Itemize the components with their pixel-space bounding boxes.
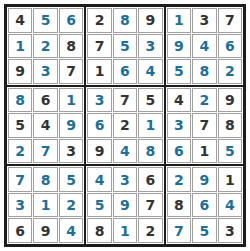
box-3-1: 785312694 (6, 165, 85, 245)
cell-r3c5[interactable]: 6 (113, 59, 137, 84)
cell-r9c9[interactable]: 3 (218, 218, 242, 243)
cell-r2c9[interactable]: 6 (218, 34, 242, 59)
cell-r7c5[interactable]: 3 (113, 167, 137, 192)
cell-r7c6[interactable]: 6 (138, 167, 162, 192)
cell-r6c7[interactable]: 6 (167, 139, 191, 164)
cell-r8c4[interactable]: 5 (87, 193, 111, 218)
cell-r1c7[interactable]: 1 (167, 8, 191, 33)
cell-r1c2[interactable]: 5 (33, 8, 57, 33)
cell-r9c2[interactable]: 9 (33, 218, 57, 243)
cell-r8c3[interactable]: 2 (59, 193, 83, 218)
cell-r4c3[interactable]: 1 (59, 88, 83, 113)
cell-r3c7[interactable]: 5 (167, 59, 191, 84)
cell-r1c9[interactable]: 7 (218, 8, 242, 33)
cell-r2c7[interactable]: 9 (167, 34, 191, 59)
cell-r5c5[interactable]: 2 (113, 113, 137, 138)
cell-r8c7[interactable]: 8 (167, 193, 191, 218)
cell-r6c2[interactable]: 7 (33, 139, 57, 164)
cell-r2c4[interactable]: 7 (87, 34, 111, 59)
cell-r4c7[interactable]: 4 (167, 88, 191, 113)
cell-r5c2[interactable]: 4 (33, 113, 57, 138)
cell-r5c6[interactable]: 1 (138, 113, 162, 138)
cell-r5c9[interactable]: 8 (218, 113, 242, 138)
cell-r4c6[interactable]: 5 (138, 88, 162, 113)
cell-r3c3[interactable]: 7 (59, 59, 83, 84)
cell-r1c4[interactable]: 2 (87, 8, 111, 33)
cell-r8c6[interactable]: 7 (138, 193, 162, 218)
cell-r6c1[interactable]: 2 (8, 139, 32, 164)
cell-r2c2[interactable]: 2 (33, 34, 57, 59)
cell-r4c4[interactable]: 3 (87, 88, 111, 113)
cell-r1c6[interactable]: 9 (138, 8, 162, 33)
cell-r5c7[interactable]: 3 (167, 113, 191, 138)
cell-r3c6[interactable]: 4 (138, 59, 162, 84)
box-1-3: 137946582 (165, 6, 244, 86)
cell-r2c1[interactable]: 1 (8, 34, 32, 59)
box-1-1: 456128937 (6, 6, 85, 86)
cell-r9c8[interactable]: 5 (192, 218, 216, 243)
cell-r7c2[interactable]: 8 (33, 167, 57, 192)
cell-r3c1[interactable]: 9 (8, 59, 32, 84)
cell-r5c4[interactable]: 6 (87, 113, 111, 138)
cell-r3c9[interactable]: 2 (218, 59, 242, 84)
cell-r7c4[interactable]: 4 (87, 167, 111, 192)
cell-r2c3[interactable]: 8 (59, 34, 83, 59)
cell-r7c9[interactable]: 1 (218, 167, 242, 192)
cell-r8c9[interactable]: 4 (218, 193, 242, 218)
cell-r2c5[interactable]: 5 (113, 34, 137, 59)
cell-r6c5[interactable]: 4 (113, 139, 137, 164)
cell-r2c8[interactable]: 4 (192, 34, 216, 59)
cell-r1c1[interactable]: 4 (8, 8, 32, 33)
cell-r7c8[interactable]: 9 (192, 167, 216, 192)
cell-r1c3[interactable]: 6 (59, 8, 83, 33)
cell-r3c4[interactable]: 1 (87, 59, 111, 84)
cell-r6c8[interactable]: 1 (192, 139, 216, 164)
cell-r5c1[interactable]: 5 (8, 113, 32, 138)
cell-r1c5[interactable]: 8 (113, 8, 137, 33)
box-2-2: 375621948 (85, 86, 164, 166)
cell-r4c9[interactable]: 9 (218, 88, 242, 113)
cell-r9c1[interactable]: 6 (8, 218, 32, 243)
cell-r5c8[interactable]: 7 (192, 113, 216, 138)
box-1-2: 289753164 (85, 6, 164, 86)
box-2-1: 861549273 (6, 86, 85, 166)
cell-r9c7[interactable]: 7 (167, 218, 191, 243)
cell-r4c5[interactable]: 7 (113, 88, 137, 113)
cell-r6c3[interactable]: 3 (59, 139, 83, 164)
cell-r9c6[interactable]: 2 (138, 218, 162, 243)
cell-r7c1[interactable]: 7 (8, 167, 32, 192)
cell-r3c8[interactable]: 8 (192, 59, 216, 84)
cell-r5c3[interactable]: 9 (59, 113, 83, 138)
cell-r3c2[interactable]: 3 (33, 59, 57, 84)
cell-r9c5[interactable]: 1 (113, 218, 137, 243)
box-2-3: 429378615 (165, 86, 244, 166)
cell-r8c5[interactable]: 9 (113, 193, 137, 218)
cell-r8c2[interactable]: 1 (33, 193, 57, 218)
cell-r4c2[interactable]: 6 (33, 88, 57, 113)
cell-r4c8[interactable]: 2 (192, 88, 216, 113)
cell-r8c8[interactable]: 6 (192, 193, 216, 218)
cell-r6c4[interactable]: 9 (87, 139, 111, 164)
sudoku-board: 4561289372897531641379465828615492733756… (4, 4, 246, 247)
cell-r9c3[interactable]: 4 (59, 218, 83, 243)
cell-r8c1[interactable]: 3 (8, 193, 32, 218)
cell-r1c8[interactable]: 3 (192, 8, 216, 33)
cell-r7c7[interactable]: 2 (167, 167, 191, 192)
cell-r6c9[interactable]: 5 (218, 139, 242, 164)
cell-r9c4[interactable]: 8 (87, 218, 111, 243)
box-3-2: 436597812 (85, 165, 164, 245)
cell-r7c3[interactable]: 5 (59, 167, 83, 192)
cell-r4c1[interactable]: 8 (8, 88, 32, 113)
cell-r6c6[interactable]: 8 (138, 139, 162, 164)
box-3-3: 291864753 (165, 165, 244, 245)
cell-r2c6[interactable]: 3 (138, 34, 162, 59)
